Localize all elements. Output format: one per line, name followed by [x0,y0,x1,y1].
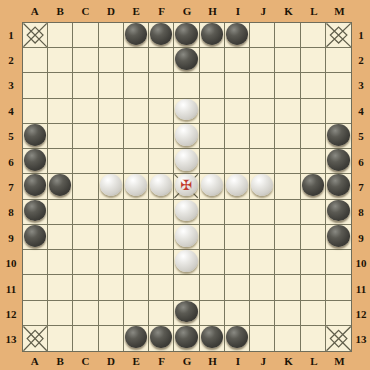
square-L10[interactable] [301,250,326,275]
square-M1[interactable] [326,23,351,48]
defender-piece[interactable] [251,174,273,196]
row-label-12: 12 [0,301,22,326]
square-G11[interactable] [174,275,199,300]
square-G5[interactable] [174,124,199,149]
square-G12[interactable] [174,301,199,326]
square-B2[interactable] [48,48,73,73]
defender-piece[interactable] [100,174,122,196]
square-H5[interactable] [200,124,225,149]
defender-piece[interactable] [175,124,197,146]
square-J9[interactable] [250,225,275,250]
column-label-K: K [276,352,301,370]
square-M2[interactable] [326,48,351,73]
square-D1[interactable] [99,23,124,48]
square-D12[interactable] [99,301,124,326]
square-C4[interactable] [73,99,98,124]
square-A13[interactable] [23,326,48,351]
square-I4[interactable] [225,99,250,124]
square-G3[interactable] [174,73,199,98]
square-L7[interactable] [301,174,326,199]
square-K3[interactable] [275,73,300,98]
attacker-piece[interactable] [24,200,46,222]
square-G2[interactable] [174,48,199,73]
row-label-9: 9 [0,225,22,250]
square-C8[interactable] [73,200,98,225]
square-G10[interactable] [174,250,199,275]
square-B5[interactable] [48,124,73,149]
column-label-E: E [124,0,149,21]
column-label-H: H [200,352,225,370]
square-H11[interactable] [200,275,225,300]
square-K11[interactable] [275,275,300,300]
square-D3[interactable] [99,73,124,98]
square-A4[interactable] [23,99,48,124]
square-D11[interactable] [99,275,124,300]
square-C5[interactable] [73,124,98,149]
square-M3[interactable] [326,73,351,98]
square-L11[interactable] [301,275,326,300]
column-label-A: A [22,0,47,21]
square-E12[interactable] [124,301,149,326]
square-B13[interactable] [48,326,73,351]
square-H9[interactable] [200,225,225,250]
square-J11[interactable] [250,275,275,300]
square-C11[interactable] [73,275,98,300]
square-E9[interactable] [124,225,149,250]
square-B1[interactable] [48,23,73,48]
square-L5[interactable] [301,124,326,149]
defender-piece[interactable] [175,250,197,272]
square-F4[interactable] [149,99,174,124]
row-label-13: 13 [0,327,22,352]
square-I6[interactable] [225,149,250,174]
square-B12[interactable] [48,301,73,326]
square-J10[interactable] [250,250,275,275]
attacker-piece[interactable] [175,48,197,70]
row-label-13: 13 [352,327,370,352]
column-label-D: D [98,352,123,370]
square-H2[interactable] [200,48,225,73]
square-M9[interactable] [326,225,351,250]
square-F5[interactable] [149,124,174,149]
square-I8[interactable] [225,200,250,225]
column-label-F: F [149,352,174,370]
square-E4[interactable] [124,99,149,124]
square-K8[interactable] [275,200,300,225]
square-G13[interactable] [174,326,199,351]
square-D4[interactable] [99,99,124,124]
square-A5[interactable] [23,124,48,149]
column-label-F: F [149,0,174,21]
square-A8[interactable] [23,200,48,225]
square-A11[interactable] [23,275,48,300]
square-B9[interactable] [48,225,73,250]
column-label-M: M [327,352,352,370]
square-B3[interactable] [48,73,73,98]
square-C10[interactable] [73,250,98,275]
square-I9[interactable] [225,225,250,250]
square-A6[interactable] [23,149,48,174]
defender-piece[interactable] [226,174,248,196]
square-L4[interactable] [301,99,326,124]
square-D13[interactable] [99,326,124,351]
square-A2[interactable] [23,48,48,73]
square-L9[interactable] [301,225,326,250]
attacker-piece[interactable] [175,326,197,349]
corner-mark-icon [23,326,47,351]
row-label-6: 6 [352,149,370,174]
row-label-10: 10 [352,251,370,276]
attacker-piece[interactable] [24,149,46,171]
square-L8[interactable] [301,200,326,225]
square-H12[interactable] [200,301,225,326]
square-E10[interactable] [124,250,149,275]
square-F10[interactable] [149,250,174,275]
board-grid: ✠ [22,22,352,352]
square-E1[interactable] [124,23,149,48]
square-C9[interactable] [73,225,98,250]
row-label-7: 7 [0,174,22,199]
row-labels-right: 12345678910111213 [352,22,370,352]
attacker-piece[interactable] [150,23,172,45]
square-F6[interactable] [149,149,174,174]
square-D8[interactable] [99,200,124,225]
defender-piece[interactable] [150,174,172,196]
square-I3[interactable] [225,73,250,98]
column-label-J: J [251,352,276,370]
row-label-1: 1 [0,22,22,47]
square-B11[interactable] [48,275,73,300]
square-M6[interactable] [326,149,351,174]
column-labels-top: ABCDEFGHIJKLM [22,0,352,21]
row-label-4: 4 [0,98,22,123]
square-J12[interactable] [250,301,275,326]
defender-piece[interactable] [175,225,197,247]
square-M13[interactable] [326,326,351,351]
square-D6[interactable] [99,149,124,174]
square-A12[interactable] [23,301,48,326]
square-L12[interactable] [301,301,326,326]
attacker-piece[interactable] [327,124,350,146]
square-F2[interactable] [149,48,174,73]
square-K1[interactable] [275,23,300,48]
square-A10[interactable] [23,250,48,275]
attacker-piece[interactable] [327,174,350,196]
corner-mark-icon [23,23,47,47]
row-label-5: 5 [0,124,22,149]
column-label-D: D [98,0,123,21]
square-C7[interactable] [73,174,98,199]
row-label-2: 2 [352,47,370,72]
square-I2[interactable] [225,48,250,73]
square-H13[interactable] [200,326,225,351]
square-G6[interactable] [174,149,199,174]
square-B4[interactable] [48,99,73,124]
square-K4[interactable] [275,99,300,124]
row-label-5: 5 [352,124,370,149]
square-C2[interactable] [73,48,98,73]
square-K13[interactable] [275,326,300,351]
square-F3[interactable] [149,73,174,98]
attacker-piece[interactable] [201,326,223,349]
square-K5[interactable] [275,124,300,149]
row-label-4: 4 [352,98,370,123]
column-label-K: K [276,0,301,21]
square-C3[interactable] [73,73,98,98]
defender-piece[interactable] [125,174,147,196]
square-F13[interactable] [149,326,174,351]
square-J6[interactable] [250,149,275,174]
attacker-piece[interactable] [327,225,350,247]
column-label-B: B [47,0,72,21]
square-H4[interactable] [200,99,225,124]
defender-piece[interactable] [201,174,223,196]
attacker-piece[interactable] [302,174,324,196]
square-F7[interactable] [149,174,174,199]
defender-piece[interactable] [175,99,197,121]
tafl-board-frame: ABCDEFGHIJKLM ABCDEFGHIJKLM 123456789101… [0,0,370,370]
square-G7[interactable]: ✠ [174,174,199,199]
square-L3[interactable] [301,73,326,98]
square-C12[interactable] [73,301,98,326]
column-label-G: G [174,352,199,370]
square-I11[interactable] [225,275,250,300]
square-M11[interactable] [326,275,351,300]
square-H6[interactable] [200,149,225,174]
column-label-J: J [251,0,276,21]
row-label-6: 6 [0,149,22,174]
square-J4[interactable] [250,99,275,124]
column-labels-bottom: ABCDEFGHIJKLM [22,352,352,370]
row-label-10: 10 [0,251,22,276]
square-M8[interactable] [326,200,351,225]
square-J3[interactable] [250,73,275,98]
square-D9[interactable] [99,225,124,250]
square-A9[interactable] [23,225,48,250]
square-M10[interactable] [326,250,351,275]
row-labels-left: 12345678910111213 [0,22,22,352]
attacker-piece[interactable] [24,225,46,247]
attacker-piece[interactable] [150,326,172,349]
square-K12[interactable] [275,301,300,326]
square-D10[interactable] [99,250,124,275]
column-label-C: C [73,352,98,370]
square-M12[interactable] [326,301,351,326]
square-J1[interactable] [250,23,275,48]
corner-mark-icon [326,326,351,351]
square-I12[interactable] [225,301,250,326]
square-E8[interactable] [124,200,149,225]
attacker-piece[interactable] [24,174,46,196]
square-J8[interactable] [250,200,275,225]
square-K2[interactable] [275,48,300,73]
row-label-1: 1 [352,22,370,47]
attacker-piece[interactable] [49,174,71,196]
column-label-M: M [327,0,352,21]
attacker-piece[interactable] [226,23,248,45]
square-B6[interactable] [48,149,73,174]
attacker-piece[interactable] [125,326,147,349]
row-label-3: 3 [352,73,370,98]
row-label-8: 8 [0,200,22,225]
square-A3[interactable] [23,73,48,98]
square-I13[interactable] [225,326,250,351]
column-label-E: E [124,352,149,370]
square-F8[interactable] [149,200,174,225]
square-G4[interactable] [174,99,199,124]
square-C13[interactable] [73,326,98,351]
square-H3[interactable] [200,73,225,98]
attacker-piece[interactable] [226,326,248,349]
square-J5[interactable] [250,124,275,149]
square-L2[interactable] [301,48,326,73]
square-L1[interactable] [301,23,326,48]
square-H10[interactable] [200,250,225,275]
square-K9[interactable] [275,225,300,250]
square-B8[interactable] [48,200,73,225]
square-M5[interactable] [326,124,351,149]
square-G9[interactable] [174,225,199,250]
square-F1[interactable] [149,23,174,48]
square-I10[interactable] [225,250,250,275]
square-J2[interactable] [250,48,275,73]
row-label-8: 8 [352,200,370,225]
corner-mark-icon [326,23,351,47]
row-label-11: 11 [0,276,22,301]
square-K7[interactable] [275,174,300,199]
square-A1[interactable] [23,23,48,48]
row-label-11: 11 [352,276,370,301]
square-L6[interactable] [301,149,326,174]
square-H1[interactable] [200,23,225,48]
square-B7[interactable] [48,174,73,199]
attacker-piece[interactable] [201,23,223,45]
square-J7[interactable] [250,174,275,199]
square-G8[interactable] [174,200,199,225]
row-label-3: 3 [0,73,22,98]
square-I1[interactable] [225,23,250,48]
square-E3[interactable] [124,73,149,98]
square-I7[interactable] [225,174,250,199]
column-label-L: L [301,352,326,370]
square-F9[interactable] [149,225,174,250]
column-label-B: B [47,352,72,370]
column-label-C: C [73,0,98,21]
square-B10[interactable] [48,250,73,275]
king-piece[interactable]: ✠ [175,174,197,196]
square-D2[interactable] [99,48,124,73]
square-G1[interactable] [174,23,199,48]
defender-piece[interactable] [175,149,197,171]
square-H7[interactable] [200,174,225,199]
square-E13[interactable] [124,326,149,351]
king-cross-icon: ✠ [175,174,197,196]
square-E6[interactable] [124,149,149,174]
square-C1[interactable] [73,23,98,48]
column-label-A: A [22,352,47,370]
attacker-piece[interactable] [175,301,197,323]
square-E7[interactable] [124,174,149,199]
square-F11[interactable] [149,275,174,300]
column-label-H: H [200,0,225,21]
square-H8[interactable] [200,200,225,225]
defender-piece[interactable] [175,200,197,222]
column-label-L: L [301,0,326,21]
square-C6[interactable] [73,149,98,174]
square-K10[interactable] [275,250,300,275]
square-D5[interactable] [99,124,124,149]
row-label-2: 2 [0,47,22,72]
square-I5[interactable] [225,124,250,149]
column-label-I: I [225,352,250,370]
square-M4[interactable] [326,99,351,124]
column-label-G: G [174,0,199,21]
attacker-piece[interactable] [175,23,197,45]
square-L13[interactable] [301,326,326,351]
square-J13[interactable] [250,326,275,351]
square-E2[interactable] [124,48,149,73]
attacker-piece[interactable] [327,149,350,171]
square-E11[interactable] [124,275,149,300]
attacker-piece[interactable] [125,23,147,45]
row-label-12: 12 [352,301,370,326]
row-label-9: 9 [352,225,370,250]
attacker-piece[interactable] [327,200,350,222]
square-K6[interactable] [275,149,300,174]
square-A7[interactable] [23,174,48,199]
square-M7[interactable] [326,174,351,199]
column-label-I: I [225,0,250,21]
square-E5[interactable] [124,124,149,149]
square-D7[interactable] [99,174,124,199]
square-F12[interactable] [149,301,174,326]
attacker-piece[interactable] [24,124,46,146]
row-label-7: 7 [352,174,370,199]
